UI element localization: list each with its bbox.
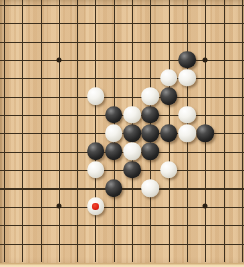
white-stone (178, 124, 196, 142)
black-stone (142, 124, 160, 142)
black-stone (160, 124, 178, 142)
white-stone (142, 179, 160, 197)
black-stone (123, 161, 141, 179)
white-stone (160, 161, 178, 179)
white-stone (123, 106, 141, 124)
board-bottom-bevel (0, 263, 244, 267)
star-point (56, 204, 61, 209)
black-stone (105, 179, 123, 197)
black-stone (105, 143, 123, 161)
black-stone (123, 124, 141, 142)
white-stone (123, 143, 141, 161)
black-stone (87, 143, 105, 161)
white-stone (105, 124, 123, 142)
gomoku-board[interactable] (0, 0, 244, 267)
white-stone (178, 106, 196, 124)
black-stone (142, 106, 160, 124)
white-stone (87, 161, 105, 179)
white-stone (142, 87, 160, 105)
black-stone (160, 87, 178, 105)
white-stone (87, 198, 105, 216)
black-stone (178, 51, 196, 69)
star-point (203, 57, 208, 62)
white-stone (160, 69, 178, 87)
star-point (56, 57, 61, 62)
star-point (203, 204, 208, 209)
white-stone (87, 87, 105, 105)
white-stone (178, 69, 196, 87)
last-move-marker (92, 203, 99, 210)
black-stone (142, 143, 160, 161)
black-stone (105, 106, 123, 124)
black-stone (197, 124, 215, 142)
